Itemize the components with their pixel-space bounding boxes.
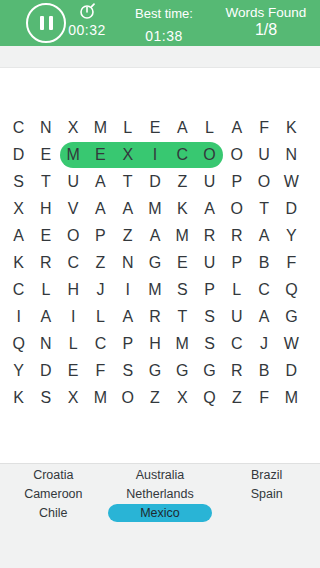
- grid-cell[interactable]: B: [250, 357, 277, 384]
- grid-cell[interactable]: F: [250, 384, 277, 411]
- grid-cell[interactable]: Z: [114, 222, 141, 249]
- grid-cell[interactable]: C: [5, 114, 32, 141]
- grid-cell[interactable]: A: [250, 303, 277, 330]
- grid-cell[interactable]: L: [87, 303, 114, 330]
- grid-cell[interactable]: Q: [196, 384, 223, 411]
- grid-cells: CNXMLEALAFKDEMEXICOOUNSTUATDZUPOWXHVAAMK…: [5, 114, 305, 411]
- grid-cell[interactable]: A: [196, 195, 223, 222]
- grid-cell[interactable]: S: [169, 276, 196, 303]
- grid-cell[interactable]: C: [60, 249, 87, 276]
- grid-cell[interactable]: Z: [169, 168, 196, 195]
- grid-cell[interactable]: E: [60, 357, 87, 384]
- grid-cell[interactable]: S: [196, 303, 223, 330]
- best-time-value: 01:38: [118, 28, 210, 44]
- grid-cell[interactable]: D: [32, 357, 59, 384]
- grid-cell[interactable]: V: [60, 195, 87, 222]
- grid-cell[interactable]: G: [169, 357, 196, 384]
- grid-cell[interactable]: R: [223, 222, 250, 249]
- grid-cell[interactable]: F: [87, 357, 114, 384]
- elapsed-time-value: 00:32: [62, 22, 112, 38]
- grid-cell[interactable]: A: [114, 195, 141, 222]
- grid-cell[interactable]: K: [169, 195, 196, 222]
- pause-icon: [40, 16, 44, 30]
- word-list-item: Spain: [251, 487, 283, 501]
- word-list-item: Australia: [136, 468, 185, 482]
- grid-cell[interactable]: A: [32, 303, 59, 330]
- grid-cell[interactable]: G: [278, 303, 305, 330]
- grid-cell[interactable]: I: [5, 303, 32, 330]
- grid-cell[interactable]: E: [87, 141, 114, 168]
- word-search-board[interactable]: CNXMLEALAFKDEMEXICOOUNSTUATDZUPOWXHVAAMK…: [5, 114, 305, 411]
- grid-cell[interactable]: I: [114, 276, 141, 303]
- grid-cell[interactable]: S: [32, 384, 59, 411]
- grid-cell[interactable]: Z: [141, 384, 168, 411]
- grid-cell[interactable]: S: [5, 168, 32, 195]
- grid-cell[interactable]: Q: [278, 276, 305, 303]
- grid-cell[interactable]: C: [223, 330, 250, 357]
- grid-cell[interactable]: A: [141, 222, 168, 249]
- grid-cell[interactable]: E: [169, 249, 196, 276]
- grid-cell[interactable]: P: [196, 276, 223, 303]
- grid-cell[interactable]: M: [60, 141, 87, 168]
- grid-cell[interactable]: X: [114, 141, 141, 168]
- grid-cell[interactable]: X: [60, 384, 87, 411]
- grid-cell[interactable]: S: [114, 357, 141, 384]
- words-found-count: 1/8: [216, 21, 316, 39]
- grid-cell[interactable]: O: [223, 195, 250, 222]
- grid-cell[interactable]: D: [141, 168, 168, 195]
- grid-cell[interactable]: R: [141, 303, 168, 330]
- grid-cell[interactable]: N: [32, 330, 59, 357]
- word-list-item: Chile: [39, 506, 68, 520]
- words-found: Words Found 1/8: [216, 5, 316, 39]
- grid-cell[interactable]: P: [223, 168, 250, 195]
- grid-cell[interactable]: Z: [87, 249, 114, 276]
- grid-cell[interactable]: D: [278, 195, 305, 222]
- grid-cell[interactable]: D: [5, 141, 32, 168]
- pause-button[interactable]: [26, 3, 66, 43]
- grid-cell[interactable]: A: [5, 222, 32, 249]
- grid-cell[interactable]: A: [87, 168, 114, 195]
- grid-cell[interactable]: N: [278, 141, 305, 168]
- word-list-item: Brazil: [251, 468, 282, 482]
- grid-cell[interactable]: C: [250, 276, 277, 303]
- grid-cell[interactable]: C: [87, 330, 114, 357]
- grid-cell[interactable]: C: [5, 276, 32, 303]
- word-search-app: 00:32 Best time: 01:38 Words Found 1/8 C…: [0, 0, 320, 568]
- banner-strip: [0, 46, 320, 68]
- grid-cell[interactable]: P: [223, 249, 250, 276]
- grid-cell[interactable]: L: [114, 114, 141, 141]
- word-list-item: Croatia: [33, 468, 73, 482]
- grid-cell[interactable]: Y: [278, 222, 305, 249]
- grid-cell[interactable]: Y: [5, 357, 32, 384]
- grid-cell[interactable]: K: [5, 384, 32, 411]
- grid-cell[interactable]: T: [32, 168, 59, 195]
- grid-cell[interactable]: G: [141, 357, 168, 384]
- grid-cell[interactable]: N: [114, 249, 141, 276]
- grid-cell[interactable]: H: [32, 195, 59, 222]
- grid-cell[interactable]: X: [169, 384, 196, 411]
- best-time: Best time: 01:38: [118, 6, 210, 44]
- grid-cell[interactable]: H: [141, 330, 168, 357]
- grid-cell[interactable]: O: [196, 141, 223, 168]
- grid-cell[interactable]: P: [114, 330, 141, 357]
- grid-cell[interactable]: T: [250, 195, 277, 222]
- word-list-item: Netherlands: [126, 487, 193, 501]
- grid-cell[interactable]: T: [114, 168, 141, 195]
- grid-cell[interactable]: O: [60, 222, 87, 249]
- grid-cell[interactable]: L: [223, 276, 250, 303]
- top-bar: 00:32 Best time: 01:38 Words Found 1/8: [0, 0, 320, 46]
- best-time-label: Best time:: [118, 6, 210, 21]
- grid-cell[interactable]: M: [169, 330, 196, 357]
- grid-cell[interactable]: G: [196, 357, 223, 384]
- grid-cell[interactable]: M: [169, 222, 196, 249]
- grid-cell[interactable]: J: [250, 330, 277, 357]
- stopwatch-icon: [79, 2, 96, 19]
- grid-cell[interactable]: E: [32, 222, 59, 249]
- grid-cell[interactable]: A: [87, 195, 114, 222]
- grid-cell[interactable]: X: [60, 114, 87, 141]
- grid-cell[interactable]: I: [141, 141, 168, 168]
- grid-cell[interactable]: P: [87, 222, 114, 249]
- grid-cell[interactable]: R: [32, 249, 59, 276]
- grid-cell[interactable]: Z: [223, 384, 250, 411]
- grid-cell[interactable]: W: [278, 168, 305, 195]
- word-list-item-found: Mexico: [108, 504, 212, 522]
- grid-cell[interactable]: E: [141, 114, 168, 141]
- grid-cell[interactable]: U: [196, 168, 223, 195]
- grid-cell[interactable]: U: [223, 303, 250, 330]
- grid-cell[interactable]: O: [114, 384, 141, 411]
- grid-cell[interactable]: W: [278, 330, 305, 357]
- grid-cell[interactable]: U: [60, 168, 87, 195]
- grid-cell[interactable]: A: [169, 114, 196, 141]
- grid-cell[interactable]: M: [87, 384, 114, 411]
- grid-cell[interactable]: L: [60, 330, 87, 357]
- grid-cell[interactable]: O: [250, 168, 277, 195]
- grid-cell[interactable]: E: [32, 141, 59, 168]
- word-list-item: Cameroon: [24, 487, 82, 501]
- grid-cell[interactable]: L: [32, 276, 59, 303]
- grid-cell[interactable]: K: [278, 114, 305, 141]
- grid-cell[interactable]: F: [278, 249, 305, 276]
- pause-icon: [49, 16, 53, 30]
- word-list: CroatiaAustraliaBrazilCameroonNetherland…: [0, 463, 320, 568]
- grid-cell[interactable]: U: [250, 141, 277, 168]
- grid-cell[interactable]: M: [141, 276, 168, 303]
- grid-cell[interactable]: A: [114, 303, 141, 330]
- grid-cell[interactable]: D: [278, 357, 305, 384]
- grid-cell[interactable]: M: [141, 195, 168, 222]
- grid-cell[interactable]: M: [278, 384, 305, 411]
- grid-cell[interactable]: G: [141, 249, 168, 276]
- grid-cell[interactable]: R: [223, 357, 250, 384]
- grid-cell[interactable]: H: [60, 276, 87, 303]
- grid-cell[interactable]: N: [32, 114, 59, 141]
- grid-cell[interactable]: C: [169, 141, 196, 168]
- grid-cell[interactable]: R: [196, 222, 223, 249]
- grid-cell[interactable]: L: [196, 114, 223, 141]
- grid-cell[interactable]: A: [250, 222, 277, 249]
- elapsed-timer: 00:32: [62, 2, 112, 38]
- grid-cell[interactable]: M: [87, 114, 114, 141]
- grid-cell[interactable]: X: [5, 195, 32, 222]
- grid-cell[interactable]: K: [5, 249, 32, 276]
- grid-cell[interactable]: B: [250, 249, 277, 276]
- grid-cell[interactable]: I: [60, 303, 87, 330]
- grid-cell[interactable]: O: [223, 141, 250, 168]
- grid-cell[interactable]: Q: [5, 330, 32, 357]
- grid-cell[interactable]: A: [223, 114, 250, 141]
- grid-cell[interactable]: J: [87, 276, 114, 303]
- grid-cell[interactable]: T: [169, 303, 196, 330]
- words-found-label: Words Found: [216, 5, 316, 20]
- grid-cell[interactable]: F: [250, 114, 277, 141]
- grid-cell[interactable]: S: [196, 330, 223, 357]
- grid-cell[interactable]: U: [196, 249, 223, 276]
